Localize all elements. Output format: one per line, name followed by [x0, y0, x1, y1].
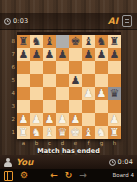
- square-c6[interactable]: [43, 61, 56, 74]
- player-timer: 0:04: [109, 158, 133, 166]
- rank-label: 3: [8, 100, 15, 113]
- board-panel-icon[interactable]: [122, 15, 132, 27]
- redo-arrow-icon[interactable]: →: [79, 169, 87, 182]
- rank-label: 4: [8, 87, 15, 100]
- square-b2[interactable]: ♟: [30, 113, 43, 126]
- player-bar: You 0:04: [0, 155, 137, 169]
- square-a8[interactable]: ♜: [17, 35, 30, 48]
- square-d1[interactable]: ♛: [56, 126, 69, 139]
- piece-black-knight[interactable]: ♞: [95, 35, 108, 48]
- file-label: c: [43, 140, 56, 147]
- clock-icon: [4, 18, 11, 25]
- rank-label: 2: [8, 113, 15, 126]
- undo-arrow-icon[interactable]: ←: [50, 169, 58, 182]
- square-h1[interactable]: ♜: [108, 126, 121, 139]
- square-d6[interactable]: [56, 61, 69, 74]
- piece-black-pawn[interactable]: ♟: [43, 48, 56, 61]
- square-c3[interactable]: [43, 100, 56, 113]
- status-message: Match has ended: [0, 147, 137, 155]
- square-h6[interactable]: [108, 61, 121, 74]
- square-h8[interactable]: ♜: [108, 35, 121, 48]
- piece-black-knight[interactable]: ♞: [30, 35, 43, 48]
- square-a5[interactable]: [17, 74, 30, 87]
- square-h3[interactable]: [108, 100, 121, 113]
- piece-black-pawn[interactable]: ♟: [56, 48, 69, 61]
- rank-label: 6: [8, 61, 15, 74]
- piece-black-queen[interactable]: ♛: [108, 87, 121, 100]
- piece-white-pawn[interactable]: ♟: [108, 113, 121, 126]
- square-f3[interactable]: [82, 100, 95, 113]
- piece-black-pawn[interactable]: ♟: [108, 48, 121, 61]
- square-d2[interactable]: ♟: [56, 113, 69, 126]
- file-label: d: [56, 140, 69, 147]
- piece-white-pawn[interactable]: ♟: [56, 113, 69, 126]
- file-label: h: [108, 140, 121, 147]
- square-a6[interactable]: [17, 61, 30, 74]
- restart-icon[interactable]: ↻: [65, 169, 73, 182]
- piece-white-rook[interactable]: ♜: [17, 126, 30, 139]
- square-g6[interactable]: [95, 61, 108, 74]
- square-c2[interactable]: ♟: [43, 113, 56, 126]
- square-b4[interactable]: [30, 87, 43, 100]
- square-h5[interactable]: [108, 74, 121, 87]
- square-e3[interactable]: [69, 100, 82, 113]
- piece-white-pawn[interactable]: ♟: [82, 87, 95, 100]
- square-g4[interactable]: ♟: [95, 87, 108, 100]
- piece-black-pawn[interactable]: ♟: [30, 48, 43, 61]
- square-d8[interactable]: [56, 35, 69, 48]
- square-d4[interactable]: [56, 87, 69, 100]
- gear-icon[interactable]: ⚙: [20, 169, 28, 182]
- opponent-name: AI: [108, 16, 118, 26]
- square-g2[interactable]: [95, 113, 108, 126]
- square-c5[interactable]: [43, 74, 56, 87]
- piece-black-pawn[interactable]: ♟: [95, 48, 108, 61]
- clock-icon: [109, 159, 116, 166]
- square-h7[interactable]: ♟: [108, 48, 121, 61]
- square-b7[interactable]: ♟: [30, 48, 43, 61]
- piece-white-pawn[interactable]: ♟: [17, 113, 30, 126]
- square-d5[interactable]: [56, 74, 69, 87]
- file-labels: abcdefgh: [17, 140, 121, 147]
- chess-app: 0:03 AI 87654321 ♜♞♝♚♝♞♜♟♟♟♟♟♟♟♟♟♟♛♟♟♟♟♟…: [0, 0, 137, 182]
- square-b5[interactable]: [30, 74, 43, 87]
- file-label: e: [69, 140, 82, 147]
- piece-white-pawn[interactable]: ♟: [95, 87, 108, 100]
- square-a4[interactable]: [17, 87, 30, 100]
- file-label: a: [17, 140, 30, 147]
- square-f6[interactable]: [82, 61, 95, 74]
- square-d3[interactable]: [56, 100, 69, 113]
- piece-black-bishop[interactable]: ♝: [43, 35, 56, 48]
- player-name: You: [16, 157, 33, 167]
- square-f1[interactable]: ♝: [82, 126, 95, 139]
- player-avatar-icon: [3, 158, 12, 167]
- square-d7[interactable]: ♟: [56, 48, 69, 61]
- square-e8[interactable]: ♚: [69, 35, 82, 48]
- chess-board: ♜♞♝♚♝♞♜♟♟♟♟♟♟♟♟♟♟♛♟♟♟♟♟♟♜♞♝♛♚♝♞♜: [17, 35, 121, 139]
- opponent-bar: 0:03 AI: [0, 13, 137, 30]
- square-e2[interactable]: ♟: [69, 113, 82, 126]
- square-a3[interactable]: [17, 100, 30, 113]
- piece-white-bishop[interactable]: ♝: [43, 126, 56, 139]
- square-g5[interactable]: [95, 74, 108, 87]
- move-navigation: ← ↻ →: [50, 169, 87, 182]
- rank-label: 1: [8, 126, 15, 139]
- piece-white-knight[interactable]: ♞: [30, 126, 43, 139]
- square-b8[interactable]: ♞: [30, 35, 43, 48]
- file-label: f: [82, 140, 95, 147]
- rank-label: 7: [8, 48, 15, 61]
- file-label: g: [95, 140, 108, 147]
- bottom-toolbar: ⚙ ← ↻ → Board 4: [0, 169, 137, 182]
- square-e7[interactable]: [69, 48, 82, 61]
- piece-black-pawn[interactable]: ♟: [17, 48, 30, 61]
- square-g1[interactable]: ♞: [95, 126, 108, 139]
- opponent-timer: 0:03: [4, 17, 28, 25]
- square-a2[interactable]: ♟: [17, 113, 30, 126]
- square-c4[interactable]: [43, 87, 56, 100]
- square-g8[interactable]: ♞: [95, 35, 108, 48]
- piece-black-pawn[interactable]: ♟: [69, 74, 82, 87]
- piece-white-pawn[interactable]: ♟: [30, 113, 43, 126]
- book-icon[interactable]: [4, 171, 13, 181]
- player-timer-text: 0:04: [118, 158, 133, 166]
- square-e5[interactable]: ♟: [69, 74, 82, 87]
- piece-black-king[interactable]: ♚: [69, 35, 82, 48]
- piece-black-rook[interactable]: ♜: [17, 35, 30, 48]
- square-e1[interactable]: ♚: [69, 126, 82, 139]
- square-b1[interactable]: ♞: [30, 126, 43, 139]
- piece-white-pawn[interactable]: ♟: [43, 113, 56, 126]
- piece-black-pawn[interactable]: ♟: [82, 48, 95, 61]
- square-g7[interactable]: ♟: [95, 48, 108, 61]
- piece-black-bishop[interactable]: ♝: [82, 35, 95, 48]
- square-e6[interactable]: [69, 61, 82, 74]
- piece-white-bishop[interactable]: ♝: [82, 126, 95, 139]
- square-f7[interactable]: ♟: [82, 48, 95, 61]
- square-b3[interactable]: [30, 100, 43, 113]
- square-g3[interactable]: [95, 100, 108, 113]
- opponent-timer-text: 0:03: [13, 17, 28, 25]
- piece-white-rook[interactable]: ♜: [108, 126, 121, 139]
- piece-white-pawn[interactable]: ♟: [69, 113, 82, 126]
- square-a7[interactable]: ♟: [17, 48, 30, 61]
- piece-white-knight[interactable]: ♞: [95, 126, 108, 139]
- square-a1[interactable]: ♜: [17, 126, 30, 139]
- piece-black-rook[interactable]: ♜: [108, 35, 121, 48]
- square-f5[interactable]: [82, 74, 95, 87]
- square-e4[interactable]: [69, 87, 82, 100]
- square-f2[interactable]: [82, 113, 95, 126]
- rank-label: 8: [8, 35, 15, 48]
- square-c8[interactable]: ♝: [43, 35, 56, 48]
- piece-white-king[interactable]: ♚: [69, 126, 82, 139]
- square-f8[interactable]: ♝: [82, 35, 95, 48]
- piece-white-queen[interactable]: ♛: [56, 126, 69, 139]
- square-f4[interactable]: ♟: [82, 87, 95, 100]
- square-h2[interactable]: ♟: [108, 113, 121, 126]
- rank-labels: 87654321: [8, 35, 15, 139]
- square-h4[interactable]: ♛: [108, 87, 121, 100]
- board-number-label: Board 4: [113, 169, 134, 182]
- rank-label: 5: [8, 74, 15, 87]
- square-c1[interactable]: ♝: [43, 126, 56, 139]
- file-label: b: [30, 140, 43, 147]
- square-b6[interactable]: [30, 61, 43, 74]
- square-c7[interactable]: ♟: [43, 48, 56, 61]
